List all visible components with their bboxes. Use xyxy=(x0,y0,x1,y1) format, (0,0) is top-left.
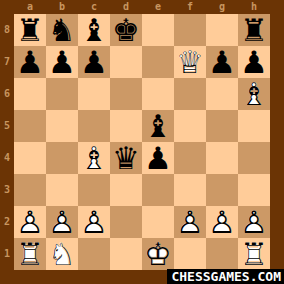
square-c3[interactable] xyxy=(78,174,110,206)
square-e8[interactable] xyxy=(142,14,174,46)
square-e4[interactable]: ♟ xyxy=(142,142,174,174)
piece-white-knight-outline: ♘ xyxy=(46,238,78,270)
square-b3[interactable] xyxy=(46,174,78,206)
piece-black-pawn: ♟ xyxy=(46,46,78,78)
square-f1[interactable] xyxy=(174,238,206,270)
piece-black-knight: ♞ xyxy=(46,14,78,46)
square-h1[interactable]: ♜♖ xyxy=(238,238,270,270)
square-f2[interactable]: ♟♙ xyxy=(174,206,206,238)
square-h5[interactable] xyxy=(238,110,270,142)
square-g5[interactable] xyxy=(206,110,238,142)
square-c4[interactable]: ♝♗ xyxy=(78,142,110,174)
square-a5[interactable] xyxy=(14,110,46,142)
square-d3[interactable] xyxy=(110,174,142,206)
piece-black-pawn: ♟ xyxy=(78,46,110,78)
chessgames-logo: CHESSGAMES.COM xyxy=(167,269,284,284)
file-label-a: a xyxy=(14,0,46,14)
square-a7[interactable]: ♟ xyxy=(14,46,46,78)
piece-black-pawn: ♟ xyxy=(142,142,174,174)
piece-white-pawn: ♟ xyxy=(206,206,238,238)
piece-black-bishop: ♝ xyxy=(142,110,174,142)
square-f7[interactable]: ♛♕ xyxy=(174,46,206,78)
square-e2[interactable] xyxy=(142,206,174,238)
square-d6[interactable] xyxy=(110,78,142,110)
piece-white-bishop: ♝ xyxy=(78,142,110,174)
piece-white-pawn-outline: ♙ xyxy=(238,206,270,238)
square-g2[interactable]: ♟♙ xyxy=(206,206,238,238)
piece-white-rook: ♜ xyxy=(14,238,46,270)
square-d7[interactable] xyxy=(110,46,142,78)
rank-label-2: 2 xyxy=(0,206,14,238)
square-b1[interactable]: ♞♘ xyxy=(46,238,78,270)
piece-black-rook: ♜ xyxy=(238,14,270,46)
square-b4[interactable] xyxy=(46,142,78,174)
square-e5[interactable]: ♝ xyxy=(142,110,174,142)
rank-label-6: 6 xyxy=(0,78,14,110)
piece-white-rook-outline: ♖ xyxy=(14,238,46,270)
square-g4[interactable] xyxy=(206,142,238,174)
square-f3[interactable] xyxy=(174,174,206,206)
file-label-c: c xyxy=(78,0,110,14)
file-label-b: b xyxy=(46,0,78,14)
file-label-e: e xyxy=(142,0,174,14)
piece-white-pawn-outline: ♙ xyxy=(206,206,238,238)
square-f4[interactable] xyxy=(174,142,206,174)
square-c8[interactable]: ♝ xyxy=(78,14,110,46)
file-label-g: g xyxy=(206,0,238,14)
piece-white-rook: ♜ xyxy=(238,238,270,270)
file-label-h: h xyxy=(238,0,270,14)
square-g3[interactable] xyxy=(206,174,238,206)
square-c1[interactable] xyxy=(78,238,110,270)
piece-black-bishop: ♝ xyxy=(78,14,110,46)
file-label-f: f xyxy=(174,0,206,14)
square-h4[interactable] xyxy=(238,142,270,174)
square-g8[interactable] xyxy=(206,14,238,46)
rank-label-7: 7 xyxy=(0,46,14,78)
square-c5[interactable] xyxy=(78,110,110,142)
square-d2[interactable] xyxy=(110,206,142,238)
piece-white-pawn-outline: ♙ xyxy=(174,206,206,238)
square-a8[interactable]: ♜ xyxy=(14,14,46,46)
rank-label-3: 3 xyxy=(0,174,14,206)
piece-black-king: ♚ xyxy=(110,14,142,46)
chess-board: ♜♞♝♚♜♟♟♟♛♕♟♟♝♗♝♝♗♛♟♟♙♟♙♟♙♟♙♟♙♟♙♜♖♞♘♚♔♜♖ xyxy=(14,14,270,270)
square-a2[interactable]: ♟♙ xyxy=(14,206,46,238)
square-h2[interactable]: ♟♙ xyxy=(238,206,270,238)
square-h6[interactable]: ♝♗ xyxy=(238,78,270,110)
file-label-d: d xyxy=(110,0,142,14)
piece-white-knight: ♞ xyxy=(46,238,78,270)
square-b8[interactable]: ♞ xyxy=(46,14,78,46)
piece-white-pawn: ♟ xyxy=(174,206,206,238)
rank-label-5: 5 xyxy=(0,110,14,142)
piece-white-pawn-outline: ♙ xyxy=(78,206,110,238)
piece-white-queen-outline: ♕ xyxy=(174,46,206,78)
square-a1[interactable]: ♜♖ xyxy=(14,238,46,270)
square-g6[interactable] xyxy=(206,78,238,110)
piece-black-queen: ♛ xyxy=(110,142,142,174)
piece-black-pawn: ♟ xyxy=(206,46,238,78)
square-a4[interactable] xyxy=(14,142,46,174)
piece-white-pawn-outline: ♙ xyxy=(14,206,46,238)
piece-white-rook-outline: ♖ xyxy=(238,238,270,270)
square-f5[interactable] xyxy=(174,110,206,142)
square-a3[interactable] xyxy=(14,174,46,206)
square-c6[interactable] xyxy=(78,78,110,110)
square-h3[interactable] xyxy=(238,174,270,206)
piece-white-bishop-outline: ♗ xyxy=(78,142,110,174)
rank-label-8: 8 xyxy=(0,14,14,46)
square-b2[interactable]: ♟♙ xyxy=(46,206,78,238)
square-g7[interactable]: ♟ xyxy=(206,46,238,78)
square-h7[interactable]: ♟ xyxy=(238,46,270,78)
square-f8[interactable] xyxy=(174,14,206,46)
square-a6[interactable] xyxy=(14,78,46,110)
file-labels: abcdefgh xyxy=(14,0,270,14)
square-c7[interactable]: ♟ xyxy=(78,46,110,78)
square-f6[interactable] xyxy=(174,78,206,110)
rank-labels: 87654321 xyxy=(0,14,14,270)
piece-white-king-outline: ♔ xyxy=(142,238,174,270)
piece-white-pawn: ♟ xyxy=(46,206,78,238)
square-b5[interactable] xyxy=(46,110,78,142)
piece-black-rook: ♜ xyxy=(14,14,46,46)
square-d4[interactable]: ♛ xyxy=(110,142,142,174)
square-e1[interactable]: ♚♔ xyxy=(142,238,174,270)
square-b7[interactable]: ♟ xyxy=(46,46,78,78)
square-b6[interactable] xyxy=(46,78,78,110)
piece-white-queen: ♛ xyxy=(174,46,206,78)
piece-white-bishop-outline: ♗ xyxy=(238,78,270,110)
square-d5[interactable] xyxy=(110,110,142,142)
square-c2[interactable]: ♟♙ xyxy=(78,206,110,238)
piece-white-pawn: ♟ xyxy=(238,206,270,238)
square-e7[interactable] xyxy=(142,46,174,78)
chess-board-frame: abcdefgh 87654321 ♜♞♝♚♜♟♟♟♛♕♟♟♝♗♝♝♗♛♟♟♙♟… xyxy=(0,0,284,284)
piece-white-king: ♚ xyxy=(142,238,174,270)
piece-black-pawn: ♟ xyxy=(238,46,270,78)
square-e3[interactable] xyxy=(142,174,174,206)
square-h8[interactable]: ♜ xyxy=(238,14,270,46)
rank-label-4: 4 xyxy=(0,142,14,174)
rank-label-1: 1 xyxy=(0,238,14,270)
square-d8[interactable]: ♚ xyxy=(110,14,142,46)
square-e6[interactable] xyxy=(142,78,174,110)
piece-white-pawn: ♟ xyxy=(14,206,46,238)
square-d1[interactable] xyxy=(110,238,142,270)
piece-white-pawn-outline: ♙ xyxy=(46,206,78,238)
piece-white-pawn: ♟ xyxy=(78,206,110,238)
piece-black-pawn: ♟ xyxy=(14,46,46,78)
square-g1[interactable] xyxy=(206,238,238,270)
piece-white-bishop: ♝ xyxy=(238,78,270,110)
